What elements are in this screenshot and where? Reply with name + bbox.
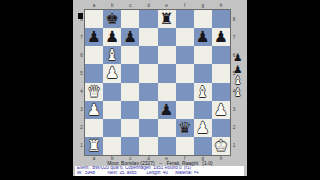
black-to-move-indicator — [78, 13, 83, 19]
square-c3 — [121, 101, 139, 119]
white-pawn-b5: ♟ — [105, 64, 119, 82]
square-f5 — [176, 64, 194, 82]
square-h5 — [212, 64, 230, 82]
rank-label-6: 6 — [79, 46, 85, 64]
square-f7 — [176, 28, 194, 46]
square-e1 — [158, 137, 176, 155]
square-g2: ♟ — [194, 119, 212, 137]
square-b3 — [103, 101, 121, 119]
square-e3: ♟ — [158, 101, 176, 119]
square-f6 — [176, 46, 194, 64]
chess-board: ♚♜♟♟♟♟♟♝♟♛♝♟♟♟♛♟♜♚ — [85, 10, 230, 155]
square-e2 — [158, 119, 176, 137]
square-a5 — [85, 64, 103, 82]
black-pawn-b7: ♟ — [105, 28, 119, 46]
square-b4 — [103, 83, 121, 101]
file-label-h: h — [212, 3, 230, 9]
square-g5 — [194, 64, 212, 82]
square-h2 — [212, 119, 230, 137]
stats-caption: W: 5948 Next: 35. axb5 Length: 40 Materi… — [75, 171, 244, 176]
rank-label-2: 2 — [79, 119, 85, 137]
black-king-b8: ♚ — [105, 10, 119, 28]
game-info-box: Event : BW/U20 qual 6, Copenhagen 1951 R… — [75, 166, 244, 176]
white-pawn-g2: ♟ — [196, 119, 210, 137]
square-b5: ♟ — [103, 64, 121, 82]
black-queen-f2: ♛ — [178, 119, 192, 137]
square-c8 — [121, 10, 139, 28]
square-h1: ♚ — [212, 137, 230, 155]
square-a6 — [85, 46, 103, 64]
square-a7: ♟ — [85, 28, 103, 46]
file-label-d: d — [139, 3, 157, 9]
square-g8 — [194, 10, 212, 28]
file-label-a: a — [85, 3, 103, 9]
white-bishop-g4: ♝ — [196, 83, 210, 101]
square-g4: ♝ — [194, 83, 212, 101]
players-result-caption: Moor, Borislav (2327) -- Ferati, Raagrit… — [73, 160, 247, 166]
square-f8 — [176, 10, 194, 28]
square-d6 — [139, 46, 157, 64]
rank-label-3: 3 — [231, 101, 237, 119]
white-king-h1: ♚ — [214, 137, 228, 155]
square-g6 — [194, 46, 212, 64]
square-h3: ♟ — [212, 101, 230, 119]
left-letterbox-bar — [0, 0, 73, 180]
square-b7: ♟ — [103, 28, 121, 46]
black-pawn-g7: ♟ — [196, 28, 210, 46]
square-h7: ♟ — [212, 28, 230, 46]
tray-white-bishop: ♝ — [233, 75, 242, 87]
rank-label-5: 5 — [79, 64, 85, 82]
square-c5 — [121, 64, 139, 82]
square-e5 — [158, 64, 176, 82]
file-label-e: e — [158, 3, 176, 9]
white-bishop-b6: ♝ — [105, 46, 119, 64]
black-pawn-c7: ♟ — [123, 28, 137, 46]
square-f1 — [176, 137, 194, 155]
tray-black-pawn: ♟ — [233, 52, 242, 64]
square-f2: ♛ — [176, 119, 194, 137]
square-d3 — [139, 101, 157, 119]
rank-label-1: 1 — [231, 137, 237, 155]
square-b6: ♝ — [103, 46, 121, 64]
square-h6 — [212, 46, 230, 64]
square-h8 — [212, 10, 230, 28]
square-b8: ♚ — [103, 10, 121, 28]
square-h4 — [212, 83, 230, 101]
black-rook-e8: ♜ — [160, 10, 174, 28]
square-b1 — [103, 137, 121, 155]
white-pawn-h3: ♟ — [214, 101, 228, 119]
white-pawn-a3: ♟ — [87, 101, 101, 119]
square-g1 — [194, 137, 212, 155]
rank-label-4: 4 — [79, 83, 85, 101]
file-label-f: f — [176, 3, 194, 9]
square-d5 — [139, 64, 157, 82]
square-c7: ♟ — [121, 28, 139, 46]
rank-label-3: 3 — [79, 101, 85, 119]
black-pawn-a7: ♟ — [87, 28, 101, 46]
white-rook-a1: ♜ — [87, 137, 101, 155]
rank-label-8: 8 — [231, 10, 237, 28]
square-a3: ♟ — [85, 101, 103, 119]
square-a8 — [85, 10, 103, 28]
file-label-b: b — [103, 3, 121, 9]
square-d8 — [139, 10, 157, 28]
file-label-c: c — [121, 3, 139, 9]
rank-label-7: 7 — [231, 28, 237, 46]
white-queen-a4: ♛ — [87, 83, 101, 101]
square-b2 — [103, 119, 121, 137]
square-c1 — [121, 137, 139, 155]
video-frame: abcdefgh 87654321 87654321 abcdefgh ♚♜♟♟… — [0, 0, 320, 180]
square-f3 — [176, 101, 194, 119]
square-e7 — [158, 28, 176, 46]
black-pawn-h7: ♟ — [214, 28, 228, 46]
right-letterbox-bar — [247, 0, 320, 180]
square-e8: ♜ — [158, 10, 176, 28]
square-d1 — [139, 137, 157, 155]
black-pawn-e3: ♟ — [160, 101, 174, 119]
square-e4 — [158, 83, 176, 101]
square-d4 — [139, 83, 157, 101]
rank-label-7: 7 — [79, 28, 85, 46]
square-e6 — [158, 46, 176, 64]
captured-material-tray: ♟♟♝♝ — [233, 52, 242, 98]
rank-label-2: 2 — [231, 119, 237, 137]
square-g3 — [194, 101, 212, 119]
square-a2 — [85, 119, 103, 137]
square-d2 — [139, 119, 157, 137]
square-c2 — [121, 119, 139, 137]
square-f4 — [176, 83, 194, 101]
square-a1: ♜ — [85, 137, 103, 155]
square-g7: ♟ — [194, 28, 212, 46]
file-labels-top: abcdefgh — [85, 3, 230, 9]
square-c4 — [121, 83, 139, 101]
rank-labels-left: 87654321 — [79, 10, 85, 155]
square-d7 — [139, 28, 157, 46]
square-a4: ♛ — [85, 83, 103, 101]
file-label-g: g — [194, 3, 212, 9]
square-c6 — [121, 46, 139, 64]
rank-label-1: 1 — [79, 137, 85, 155]
tray-white-bishop: ♝ — [233, 87, 242, 99]
